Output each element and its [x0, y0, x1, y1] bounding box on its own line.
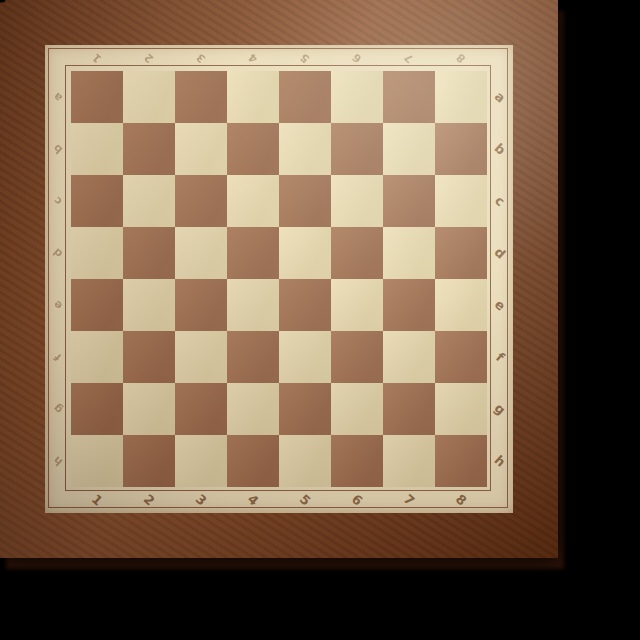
board-square[interactable]	[175, 435, 227, 487]
board-square[interactable]	[71, 331, 123, 383]
board-square[interactable]	[227, 331, 279, 383]
board-square[interactable]	[227, 435, 279, 487]
board-square[interactable]	[71, 175, 123, 227]
board-square[interactable]	[331, 435, 383, 487]
board-square[interactable]	[123, 383, 175, 435]
board-square[interactable]	[435, 123, 487, 175]
board-square[interactable]	[279, 435, 331, 487]
board-square[interactable]	[227, 175, 279, 227]
board-square[interactable]	[435, 331, 487, 383]
board-square[interactable]	[123, 279, 175, 331]
board-square[interactable]	[331, 383, 383, 435]
board-square[interactable]	[383, 383, 435, 435]
board-square[interactable]	[331, 123, 383, 175]
black-pawn[interactable]: ♟	[0, 0, 7, 3]
board-square[interactable]	[71, 71, 123, 123]
board-square[interactable]	[227, 383, 279, 435]
board-square[interactable]	[71, 279, 123, 331]
board-square[interactable]	[279, 175, 331, 227]
board-square[interactable]	[71, 227, 123, 279]
board-square[interactable]	[331, 227, 383, 279]
board-square[interactable]	[123, 331, 175, 383]
photo-background: 1122334455667788aabbccddeeffgghh ♚♛♞♟♟♟♟…	[0, 0, 640, 640]
board-square[interactable]	[227, 71, 279, 123]
board-square[interactable]	[123, 123, 175, 175]
board-square[interactable]	[175, 123, 227, 175]
board-square[interactable]	[175, 71, 227, 123]
board-square[interactable]	[227, 123, 279, 175]
board-square[interactable]	[279, 279, 331, 331]
board-square[interactable]	[71, 383, 123, 435]
board-square[interactable]	[123, 175, 175, 227]
board-square[interactable]	[175, 383, 227, 435]
board-square[interactable]	[279, 331, 331, 383]
board-square[interactable]	[175, 331, 227, 383]
board-square[interactable]	[435, 435, 487, 487]
board-square[interactable]	[331, 175, 383, 227]
board-square[interactable]	[123, 435, 175, 487]
board-square[interactable]	[331, 279, 383, 331]
board-square[interactable]	[279, 383, 331, 435]
board-square[interactable]	[383, 71, 435, 123]
board-square[interactable]	[175, 279, 227, 331]
board-square[interactable]	[435, 227, 487, 279]
board-square[interactable]	[279, 227, 331, 279]
board-square[interactable]	[227, 227, 279, 279]
board-square[interactable]	[123, 227, 175, 279]
board-grid	[71, 71, 487, 487]
board-square[interactable]	[123, 71, 175, 123]
board-square[interactable]	[383, 175, 435, 227]
board-square[interactable]	[175, 175, 227, 227]
board-square[interactable]	[331, 71, 383, 123]
board-square[interactable]	[435, 383, 487, 435]
board-square[interactable]	[71, 123, 123, 175]
board-square[interactable]	[435, 279, 487, 331]
board-square[interactable]	[279, 123, 331, 175]
board-square[interactable]	[383, 123, 435, 175]
board-square[interactable]	[383, 331, 435, 383]
board-square[interactable]	[331, 331, 383, 383]
board-square[interactable]	[383, 279, 435, 331]
board-square[interactable]	[71, 435, 123, 487]
chess-board: 1122334455667788aabbccddeeffgghh	[0, 0, 558, 558]
board-square[interactable]	[435, 175, 487, 227]
board-square[interactable]	[435, 71, 487, 123]
board-square[interactable]	[175, 227, 227, 279]
board-square[interactable]	[383, 227, 435, 279]
board-square[interactable]	[383, 435, 435, 487]
board-square[interactable]	[227, 279, 279, 331]
board-square[interactable]	[279, 71, 331, 123]
